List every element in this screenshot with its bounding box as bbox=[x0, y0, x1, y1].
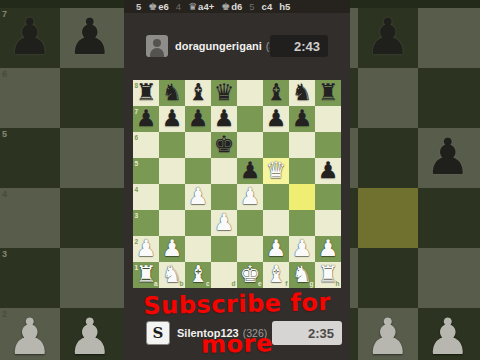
square-f8[interactable]: ♝ bbox=[263, 80, 289, 106]
top-player-clock: 2:43 bbox=[270, 35, 328, 57]
square-c2[interactable] bbox=[185, 236, 211, 262]
square-b7[interactable]: ♟ bbox=[159, 106, 185, 132]
bg-square-f6 bbox=[350, 68, 358, 128]
black-rook[interactable]: ♜ bbox=[315, 80, 341, 106]
white-pawn[interactable]: ♟ bbox=[289, 236, 315, 262]
move-token-e6[interactable]: ♚e6 bbox=[148, 1, 169, 12]
square-a6[interactable]: 6 bbox=[133, 132, 159, 158]
square-e4[interactable]: ♟ bbox=[237, 184, 263, 210]
bg-square-f4 bbox=[350, 188, 358, 248]
bg-square-f2: ♟ bbox=[350, 308, 358, 360]
square-b2[interactable]: ♟ bbox=[159, 236, 185, 262]
square-a8[interactable]: 8♜ bbox=[133, 80, 159, 106]
square-d3[interactable]: ♟ bbox=[211, 210, 237, 236]
bg-square-f7 bbox=[350, 8, 358, 68]
move-text: c4 bbox=[262, 1, 273, 12]
white-rook[interactable]: ♜ bbox=[133, 262, 159, 288]
bg-rank-coordinate: 3 bbox=[2, 249, 7, 259]
square-g1[interactable]: g♞ bbox=[289, 262, 315, 288]
square-e8[interactable] bbox=[237, 80, 263, 106]
square-f4[interactable] bbox=[263, 184, 289, 210]
move-text: d6 bbox=[231, 1, 242, 12]
bg-square-b3 bbox=[60, 248, 124, 308]
black-king[interactable]: ♚ bbox=[211, 132, 237, 158]
black-pawn[interactable]: ♟ bbox=[315, 158, 341, 184]
rank-coordinate: 6 bbox=[135, 134, 139, 141]
black-bishop[interactable]: ♝ bbox=[263, 80, 289, 106]
square-f6[interactable] bbox=[263, 132, 289, 158]
bg-square-b7: ♟ bbox=[60, 8, 124, 68]
move-text: 5 bbox=[249, 1, 254, 12]
square-a3[interactable]: 3 bbox=[133, 210, 159, 236]
bg-rank-coordinate: 7 bbox=[2, 9, 7, 19]
bg-square-g3 bbox=[358, 248, 418, 308]
video-frame: ♟7♟♟65♛♟43♟2♟♟♟♟ 5♚e64♛a4+♚d65c4h5 dorag… bbox=[0, 0, 480, 360]
white-bishop[interactable]: ♝ bbox=[263, 262, 289, 288]
black-bishop[interactable]: ♝ bbox=[185, 80, 211, 106]
move-text: a4+ bbox=[198, 1, 214, 12]
square-g2[interactable]: ♟ bbox=[289, 236, 315, 262]
square-a5[interactable]: 5 bbox=[133, 158, 159, 184]
move-text: e6 bbox=[158, 1, 169, 12]
square-h7[interactable] bbox=[315, 106, 341, 132]
square-c8[interactable]: ♝ bbox=[185, 80, 211, 106]
black-knight[interactable]: ♞ bbox=[159, 80, 185, 106]
square-g4[interactable] bbox=[289, 184, 315, 210]
square-d7[interactable]: ♟ bbox=[211, 106, 237, 132]
black-pawn[interactable]: ♟ bbox=[211, 106, 237, 132]
square-f5[interactable]: ♛ bbox=[263, 158, 289, 184]
bg-square-h2: ♟ bbox=[418, 308, 480, 360]
square-d5[interactable] bbox=[211, 158, 237, 184]
square-a7[interactable]: 7♟ bbox=[133, 106, 159, 132]
square-e6[interactable] bbox=[237, 132, 263, 158]
square-g6[interactable] bbox=[289, 132, 315, 158]
move-token-5[interactable]: 5 bbox=[249, 1, 254, 12]
square-f1[interactable]: f♝ bbox=[263, 262, 289, 288]
subscribe-caption-line1: Subscribe for bbox=[124, 288, 351, 321]
white-pawn[interactable]: ♟ bbox=[263, 236, 289, 262]
white-knight[interactable]: ♞ bbox=[289, 262, 315, 288]
rank-coordinate: 3 bbox=[135, 212, 139, 219]
move-token-4[interactable]: 4 bbox=[176, 1, 181, 12]
square-g3[interactable] bbox=[289, 210, 315, 236]
rank-coordinate: 4 bbox=[135, 186, 139, 193]
bg-square-h4 bbox=[418, 188, 480, 248]
square-f2[interactable]: ♟ bbox=[263, 236, 289, 262]
square-c5[interactable] bbox=[185, 158, 211, 184]
bg-square-h3 bbox=[418, 248, 480, 308]
king-figurine-icon: ♚ bbox=[221, 1, 230, 12]
white-pawn[interactable]: ♟ bbox=[159, 236, 185, 262]
move-token-h5[interactable]: h5 bbox=[279, 1, 290, 12]
square-d6[interactable]: ♚ bbox=[211, 132, 237, 158]
square-e5[interactable]: ♟ bbox=[237, 158, 263, 184]
square-h2[interactable]: ♟ bbox=[315, 236, 341, 262]
square-d8[interactable]: ♛ bbox=[211, 80, 237, 106]
bg-square-g2: ♟ bbox=[358, 308, 418, 360]
square-b6[interactable] bbox=[159, 132, 185, 158]
bg-square-g6 bbox=[358, 68, 418, 128]
bg-square-g7: ♟ bbox=[358, 8, 418, 68]
white-pawn[interactable]: ♟ bbox=[211, 210, 237, 236]
bg-square-h7 bbox=[418, 8, 480, 68]
bg-square-g5 bbox=[358, 128, 418, 188]
bg-black-pawn: ♟ bbox=[358, 8, 418, 68]
square-b8[interactable]: ♞ bbox=[159, 80, 185, 106]
square-e1[interactable]: e♚ bbox=[237, 262, 263, 288]
square-d1[interactable]: d bbox=[211, 262, 237, 288]
black-rook[interactable]: ♜ bbox=[133, 80, 159, 106]
bg-white-pawn: ♟ bbox=[60, 308, 120, 360]
top-player-avatar[interactable] bbox=[146, 35, 168, 57]
bg-square-a6: 6 bbox=[0, 68, 60, 128]
black-pawn[interactable]: ♟ bbox=[185, 106, 211, 132]
black-pawn[interactable]: ♟ bbox=[159, 106, 185, 132]
bg-square-b2: ♟ bbox=[60, 308, 124, 360]
square-h4[interactable] bbox=[315, 184, 341, 210]
avatar-body-icon bbox=[150, 48, 164, 57]
black-queen[interactable]: ♛ bbox=[211, 80, 237, 106]
file-coordinate: d bbox=[232, 280, 236, 287]
move-token-c4[interactable]: c4 bbox=[262, 1, 273, 12]
bg-rank-coordinate: 6 bbox=[2, 69, 7, 79]
white-pawn[interactable]: ♟ bbox=[133, 236, 159, 262]
square-f7[interactable]: ♟ bbox=[263, 106, 289, 132]
square-c4[interactable]: ♟ bbox=[185, 184, 211, 210]
top-player-name[interactable]: doragungerigani bbox=[175, 40, 262, 52]
bg-square-g4 bbox=[358, 188, 418, 248]
bg-black-pawn: ♟ bbox=[0, 8, 60, 68]
move-token-d6[interactable]: ♚d6 bbox=[221, 1, 242, 12]
square-a2[interactable]: 2♟ bbox=[133, 236, 159, 262]
square-e3[interactable] bbox=[237, 210, 263, 236]
white-pawn[interactable]: ♟ bbox=[237, 184, 263, 210]
white-bishop[interactable]: ♝ bbox=[185, 262, 211, 288]
black-knight[interactable]: ♞ bbox=[289, 80, 315, 106]
bg-rank-coordinate: 5 bbox=[2, 129, 7, 139]
square-a4[interactable]: 4 bbox=[133, 184, 159, 210]
avatar-head-icon bbox=[153, 39, 161, 47]
square-g5[interactable] bbox=[289, 158, 315, 184]
square-c1[interactable]: c♝ bbox=[185, 262, 211, 288]
subscribe-caption-line2: more bbox=[124, 328, 351, 360]
bg-square-b4 bbox=[60, 188, 124, 248]
move-text: h5 bbox=[279, 1, 290, 12]
king-figurine-icon: ♚ bbox=[148, 1, 157, 12]
move-token-a4+[interactable]: ♛a4+ bbox=[188, 1, 214, 12]
square-h1[interactable]: h♜ bbox=[315, 262, 341, 288]
square-g8[interactable]: ♞ bbox=[289, 80, 315, 106]
bg-square-b5 bbox=[60, 128, 124, 188]
move-list-bar[interactable]: 5♚e64♛a4+♚d65c4h5 bbox=[124, 0, 350, 13]
bg-black-pawn: ♟ bbox=[418, 128, 478, 188]
black-pawn[interactable]: ♟ bbox=[237, 158, 263, 184]
white-king[interactable]: ♚ bbox=[237, 262, 263, 288]
square-a1[interactable]: 1a♜ bbox=[133, 262, 159, 288]
bg-white-pawn: ♟ bbox=[358, 308, 418, 360]
square-g7[interactable]: ♟ bbox=[289, 106, 315, 132]
square-c6[interactable] bbox=[185, 132, 211, 158]
square-d4[interactable] bbox=[211, 184, 237, 210]
white-queen[interactable]: ♛ bbox=[263, 158, 289, 184]
bg-rank-coordinate: 2 bbox=[2, 309, 7, 319]
bg-square-a2: ♟2 bbox=[0, 308, 60, 360]
square-b1[interactable]: b♞ bbox=[159, 262, 185, 288]
bg-square-a5: 5 bbox=[0, 128, 60, 188]
square-e7[interactable] bbox=[237, 106, 263, 132]
bg-square-b6 bbox=[60, 68, 124, 128]
square-h5[interactable]: ♟ bbox=[315, 158, 341, 184]
bg-white-pawn: ♟ bbox=[350, 308, 358, 360]
bg-white-queen: ♛ bbox=[350, 128, 358, 188]
bg-square-a3: 3 bbox=[0, 248, 60, 308]
player-top-row: doragungerigani (300) 2:43 bbox=[124, 33, 350, 59]
square-c3[interactable] bbox=[185, 210, 211, 236]
square-d2[interactable] bbox=[211, 236, 237, 262]
black-pawn[interactable]: ♟ bbox=[263, 106, 289, 132]
move-token-5[interactable]: 5 bbox=[136, 1, 141, 12]
square-h3[interactable] bbox=[315, 210, 341, 236]
square-e2[interactable] bbox=[237, 236, 263, 262]
square-h8[interactable]: ♜ bbox=[315, 80, 341, 106]
bg-square-h6 bbox=[418, 68, 480, 128]
square-h6[interactable] bbox=[315, 132, 341, 158]
move-text: 4 bbox=[176, 1, 181, 12]
square-c7[interactable]: ♟ bbox=[185, 106, 211, 132]
square-b3[interactable] bbox=[159, 210, 185, 236]
queen-figurine-icon: ♛ bbox=[188, 1, 197, 12]
square-b5[interactable] bbox=[159, 158, 185, 184]
bg-white-pawn: ♟ bbox=[418, 308, 478, 360]
bg-square-a7: ♟7 bbox=[0, 8, 60, 68]
square-f3[interactable] bbox=[263, 210, 289, 236]
square-b4[interactable] bbox=[159, 184, 185, 210]
black-pawn[interactable]: ♟ bbox=[289, 106, 315, 132]
white-rook[interactable]: ♜ bbox=[315, 262, 341, 288]
rank-coordinate: 5 bbox=[135, 160, 139, 167]
bg-rank-coordinate: 4 bbox=[2, 189, 7, 199]
bg-square-f5: ♛ bbox=[350, 128, 358, 188]
bg-square-h5: ♟ bbox=[418, 128, 480, 188]
black-pawn[interactable]: ♟ bbox=[133, 106, 159, 132]
white-pawn[interactable]: ♟ bbox=[315, 236, 341, 262]
white-knight[interactable]: ♞ bbox=[159, 262, 185, 288]
move-text: 5 bbox=[136, 1, 141, 12]
white-pawn[interactable]: ♟ bbox=[185, 184, 211, 210]
bg-square-a4: 4 bbox=[0, 188, 60, 248]
chess-board[interactable]: 8♜♞♝♛♝♞♜7♟♟♟♟♟♟6♚5♟♛♟4♟♟3♟2♟♟♟♟♟1a♜b♞c♝d… bbox=[133, 80, 341, 288]
bg-white-pawn: ♟ bbox=[0, 308, 60, 360]
bg-square-f3 bbox=[350, 248, 358, 308]
bg-black-pawn: ♟ bbox=[60, 8, 120, 68]
